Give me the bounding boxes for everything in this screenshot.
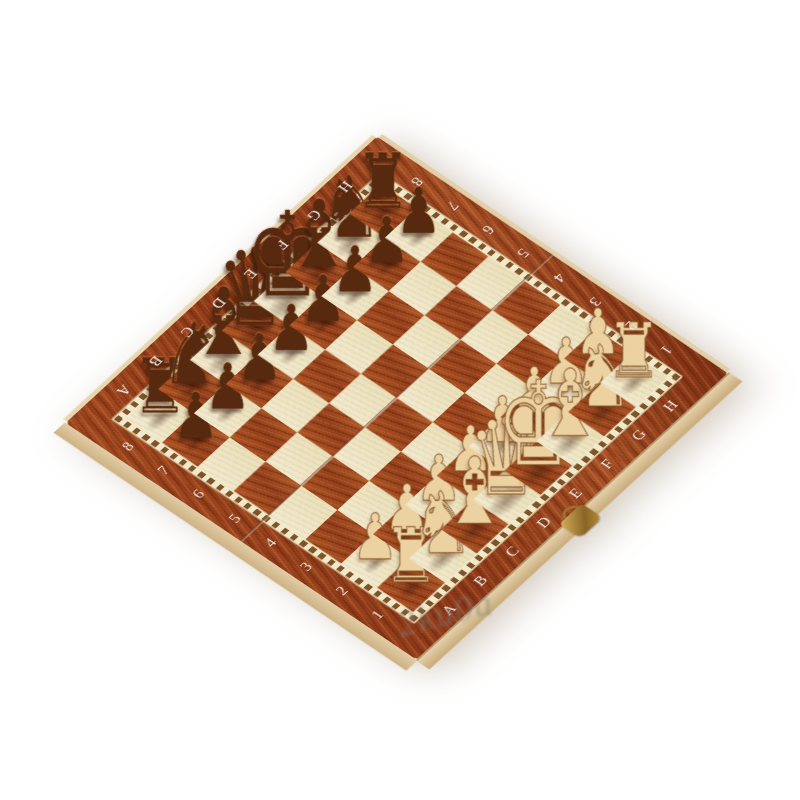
product-photo: ♜♞♝♛♚♝♞♜♟♟♟♟♟♟♟♟♟♟♟♟♟♟♟♟♜♞♝♛♚♝♞♜ ABCDEFG… <box>0 0 800 800</box>
chess-board-wrap: ♜♞♝♛♚♝♞♜♟♟♟♟♟♟♟♟♟♟♟♟♟♟♟♟♜♞♝♛♚♝♞♜ ABCDEFG… <box>66 136 729 660</box>
chess-board: ♜♞♝♛♚♝♞♜♟♟♟♟♟♟♟♟♟♟♟♟♟♟♟♟♜♞♝♛♚♝♞♜ ABCDEFG… <box>66 136 729 660</box>
